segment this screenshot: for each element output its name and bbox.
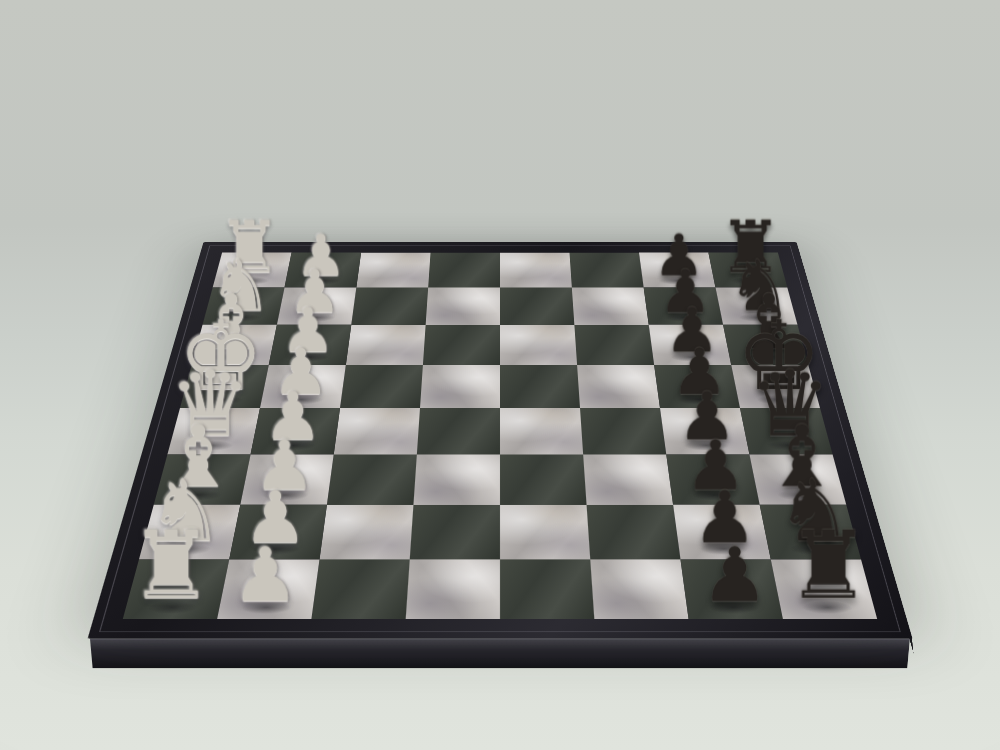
square-a4[interactable] [406, 559, 500, 618]
square-e4[interactable] [420, 365, 500, 408]
square-f3[interactable] [346, 325, 426, 365]
square-e6[interactable] [577, 365, 660, 408]
square-b4[interactable] [410, 505, 500, 560]
square-a8[interactable]: ♜ [771, 559, 877, 618]
square-b6[interactable] [587, 505, 681, 560]
square-a1[interactable]: ♜ [123, 559, 229, 618]
square-g4[interactable] [426, 287, 500, 324]
square-d4[interactable] [417, 408, 500, 454]
piece-black-rook[interactable]: ♜ [786, 519, 870, 613]
piece-white-pawn[interactable]: ♟ [232, 538, 299, 613]
square-c6[interactable] [583, 454, 673, 504]
square-a6[interactable] [590, 559, 688, 618]
square-c4[interactable] [413, 454, 500, 504]
piece-white-rook[interactable]: ♜ [129, 519, 213, 613]
square-d5[interactable] [500, 408, 583, 454]
board-front-slab-edge [90, 639, 910, 669]
square-a5[interactable] [500, 559, 594, 618]
square-h5[interactable] [500, 253, 572, 288]
square-c5[interactable] [500, 454, 587, 504]
square-d6[interactable] [580, 408, 666, 454]
square-e3[interactable] [340, 365, 423, 408]
photo-scene: ♜♟♟♜♞♟♟♞♝♟♟♝♚♟♟♚♛♟♟♛♝♟♟♝♞♟♟♞♜♟♟♜ [0, 0, 1000, 750]
square-g3[interactable] [351, 287, 428, 324]
square-h4[interactable] [428, 253, 500, 288]
square-g5[interactable] [500, 287, 574, 324]
square-e5[interactable] [500, 365, 580, 408]
square-b5[interactable] [500, 505, 590, 560]
square-d3[interactable] [334, 408, 420, 454]
square-a3[interactable] [311, 559, 409, 618]
chessboard: ♜♟♟♜♞♟♟♞♝♟♟♝♚♟♟♚♛♟♟♛♝♟♟♝♞♟♟♞♜♟♟♜ [88, 242, 913, 638]
square-g6[interactable] [572, 287, 649, 324]
square-f5[interactable] [500, 325, 577, 365]
square-b3[interactable] [319, 505, 413, 560]
square-f4[interactable] [423, 325, 500, 365]
piece-black-pawn[interactable]: ♟ [701, 538, 768, 613]
square-c3[interactable] [327, 454, 417, 504]
square-h6[interactable] [569, 253, 643, 288]
square-h3[interactable] [356, 253, 430, 288]
square-a2[interactable]: ♟ [217, 559, 319, 618]
square-f6[interactable] [574, 325, 654, 365]
square-a7[interactable]: ♟ [681, 559, 783, 618]
